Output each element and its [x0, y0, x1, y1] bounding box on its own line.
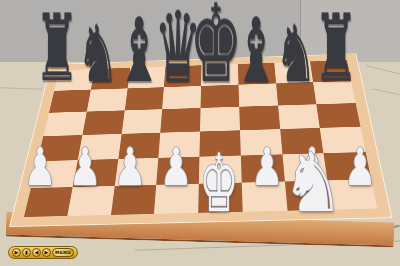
- square-r2-c3[interactable]: [161, 108, 201, 133]
- square-r2-c0[interactable]: [43, 112, 86, 137]
- step-forward-button[interactable]: ▶: [42, 248, 51, 257]
- menu-button[interactable]: MENU: [52, 248, 74, 257]
- playback-toolbar: ▶ ▮ ◀ ▶ MENU: [8, 246, 78, 259]
- white-king-e1[interactable]: ♚: [199, 144, 238, 224]
- white-pawn-c2[interactable]: ♟: [114, 141, 147, 193]
- square-r2-c5[interactable]: [239, 106, 280, 131]
- square-r2-c6[interactable]: [278, 104, 320, 129]
- black-knight-b8[interactable]: ♞: [77, 15, 119, 93]
- square-r2-c7[interactable]: [317, 103, 361, 128]
- white-knight-g1[interactable]: ♞: [282, 142, 344, 224]
- white-pawn-a2[interactable]: ♟: [24, 141, 57, 193]
- black-knight-g8[interactable]: ♞: [275, 15, 317, 93]
- pause-button[interactable]: ▮: [22, 248, 31, 257]
- white-pawn-b2[interactable]: ♟: [69, 141, 102, 193]
- white-pawn-h2[interactable]: ♟: [344, 141, 377, 193]
- square-r2-c1[interactable]: [82, 110, 124, 135]
- play-button[interactable]: ▶: [12, 248, 21, 257]
- step-back-button[interactable]: ◀: [32, 248, 41, 257]
- black-rook-a8[interactable]: ♜: [34, 3, 79, 95]
- square-r2-c2[interactable]: [121, 109, 162, 134]
- white-pawn-d2[interactable]: ♟: [160, 141, 193, 193]
- black-bishop-f8[interactable]: ♝: [232, 7, 279, 95]
- chess-game-scene: ♜♞♝♛♚♝♞♜♟♟♟♟♟♟♟♚♞ ▶ ▮ ◀ ▶ MENU: [0, 0, 400, 266]
- square-r2-c4[interactable]: [200, 107, 240, 132]
- black-rook-h8[interactable]: ♜: [313, 3, 358, 95]
- white-pawn-f2[interactable]: ♟: [251, 141, 284, 193]
